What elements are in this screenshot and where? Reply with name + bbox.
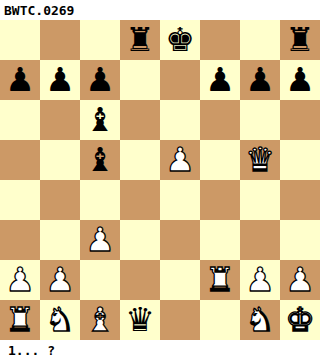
- square-b6[interactable]: [40, 100, 80, 140]
- title-bar: BWTC.0269: [0, 0, 320, 20]
- piece-black-rook: ♜: [125, 20, 155, 60]
- move-prompt: 1... ?: [0, 343, 55, 358]
- square-g3[interactable]: [240, 220, 280, 260]
- square-f3[interactable]: [200, 220, 240, 260]
- square-f8[interactable]: [200, 20, 240, 60]
- piece-white-pawn: ♟: [285, 260, 315, 300]
- square-d3[interactable]: [120, 220, 160, 260]
- square-h5[interactable]: [280, 140, 320, 180]
- square-c2[interactable]: [80, 260, 120, 300]
- piece-black-pawn: ♟: [245, 60, 275, 100]
- piece-white-queen: ♛: [245, 140, 275, 180]
- square-c3[interactable]: ♟: [80, 220, 120, 260]
- square-c4[interactable]: [80, 180, 120, 220]
- square-d2[interactable]: [120, 260, 160, 300]
- square-e2[interactable]: [160, 260, 200, 300]
- square-h1[interactable]: ♚: [280, 300, 320, 340]
- square-a3[interactable]: [0, 220, 40, 260]
- square-f6[interactable]: [200, 100, 240, 140]
- square-e5[interactable]: ♟: [160, 140, 200, 180]
- square-c6[interactable]: ♝: [80, 100, 120, 140]
- square-d4[interactable]: [120, 180, 160, 220]
- square-f1[interactable]: [200, 300, 240, 340]
- square-h8[interactable]: ♜: [280, 20, 320, 60]
- square-b8[interactable]: [40, 20, 80, 60]
- square-b3[interactable]: [40, 220, 80, 260]
- square-g6[interactable]: [240, 100, 280, 140]
- square-e8[interactable]: ♚: [160, 20, 200, 60]
- square-g7[interactable]: ♟: [240, 60, 280, 100]
- square-c1[interactable]: ♝: [80, 300, 120, 340]
- square-h3[interactable]: [280, 220, 320, 260]
- square-b2[interactable]: ♟: [40, 260, 80, 300]
- square-g5[interactable]: ♛: [240, 140, 280, 180]
- square-h2[interactable]: ♟: [280, 260, 320, 300]
- square-g8[interactable]: [240, 20, 280, 60]
- square-d5[interactable]: [120, 140, 160, 180]
- piece-black-queen: ♛: [125, 300, 155, 340]
- piece-black-pawn: ♟: [285, 60, 315, 100]
- square-a7[interactable]: ♟: [0, 60, 40, 100]
- square-g4[interactable]: [240, 180, 280, 220]
- piece-white-king: ♚: [285, 300, 315, 340]
- piece-black-bishop: ♝: [85, 100, 115, 140]
- square-b5[interactable]: [40, 140, 80, 180]
- piece-white-pawn: ♟: [5, 260, 35, 300]
- square-f5[interactable]: [200, 140, 240, 180]
- piece-white-rook: ♜: [5, 300, 35, 340]
- piece-white-pawn: ♟: [165, 140, 195, 180]
- square-b1[interactable]: ♞: [40, 300, 80, 340]
- square-d7[interactable]: [120, 60, 160, 100]
- square-e3[interactable]: [160, 220, 200, 260]
- square-g1[interactable]: ♞: [240, 300, 280, 340]
- square-d1[interactable]: ♛: [120, 300, 160, 340]
- square-a2[interactable]: ♟: [0, 260, 40, 300]
- square-h6[interactable]: [280, 100, 320, 140]
- piece-white-pawn: ♟: [45, 260, 75, 300]
- square-d8[interactable]: ♜: [120, 20, 160, 60]
- status-bar: 1... ?: [0, 340, 320, 360]
- piece-white-rook: ♜: [205, 260, 235, 300]
- piece-black-rook: ♜: [285, 20, 315, 60]
- piece-white-knight: ♞: [245, 300, 275, 340]
- square-a1[interactable]: ♜: [0, 300, 40, 340]
- square-b4[interactable]: [40, 180, 80, 220]
- piece-black-pawn: ♟: [5, 60, 35, 100]
- chess-board: ♜♚♜♟♟♟♟♟♟♝♝♟♛♟♟♟♜♟♟♜♞♝♛♞♚: [0, 20, 320, 340]
- square-a6[interactable]: [0, 100, 40, 140]
- piece-black-pawn: ♟: [85, 60, 115, 100]
- square-c5[interactable]: ♝: [80, 140, 120, 180]
- square-f4[interactable]: [200, 180, 240, 220]
- square-c8[interactable]: [80, 20, 120, 60]
- square-c7[interactable]: ♟: [80, 60, 120, 100]
- square-e4[interactable]: [160, 180, 200, 220]
- square-a8[interactable]: [0, 20, 40, 60]
- piece-white-pawn: ♟: [85, 220, 115, 260]
- square-f7[interactable]: ♟: [200, 60, 240, 100]
- piece-black-bishop: ♝: [85, 140, 115, 180]
- square-d6[interactable]: [120, 100, 160, 140]
- square-e6[interactable]: [160, 100, 200, 140]
- piece-white-knight: ♞: [45, 300, 75, 340]
- square-e1[interactable]: [160, 300, 200, 340]
- square-g2[interactable]: ♟: [240, 260, 280, 300]
- square-f2[interactable]: ♜: [200, 260, 240, 300]
- square-h7[interactable]: ♟: [280, 60, 320, 100]
- square-e7[interactable]: [160, 60, 200, 100]
- piece-white-pawn: ♟: [245, 260, 275, 300]
- piece-white-bishop: ♝: [85, 300, 115, 340]
- square-a5[interactable]: [0, 140, 40, 180]
- square-a4[interactable]: [0, 180, 40, 220]
- piece-black-pawn: ♟: [45, 60, 75, 100]
- piece-black-king: ♚: [165, 20, 195, 60]
- piece-black-pawn: ♟: [205, 60, 235, 100]
- puzzle-title: BWTC.0269: [0, 3, 74, 18]
- square-b7[interactable]: ♟: [40, 60, 80, 100]
- square-h4[interactable]: [280, 180, 320, 220]
